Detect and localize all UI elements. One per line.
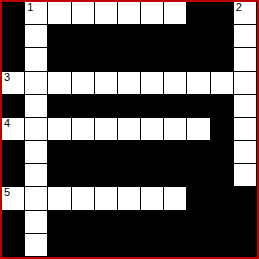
letter-cell[interactable] [95,118,118,141]
crossword-grid: 12345 [2,2,257,257]
block-cell [234,211,257,234]
block-cell [187,48,210,71]
letter-cell[interactable] [72,118,95,141]
letter-cell[interactable] [234,95,257,118]
block-cell [141,25,164,48]
block-cell [141,164,164,187]
clue-number: 2 [236,2,242,13]
block-cell [118,48,141,71]
block-cell [141,234,164,257]
block-cell [211,234,234,257]
block-cell [234,187,257,210]
block-cell [2,95,25,118]
letter-cell[interactable] [48,2,71,25]
block-cell [211,187,234,210]
block-cell [2,48,25,71]
letter-cell[interactable] [141,2,164,25]
letter-cell[interactable]: 5 [2,187,25,210]
clue-number: 4 [4,118,10,129]
block-cell [72,95,95,118]
letter-cell[interactable] [234,141,257,164]
block-cell [95,25,118,48]
letter-cell[interactable]: 2 [234,2,257,25]
block-cell [118,25,141,48]
block-cell [48,211,71,234]
block-cell [2,211,25,234]
block-cell [164,25,187,48]
block-cell [48,141,71,164]
block-cell [95,95,118,118]
letter-cell[interactable] [25,164,48,187]
block-cell [164,95,187,118]
letter-cell[interactable] [141,72,164,95]
block-cell [234,234,257,257]
block-cell [95,211,118,234]
letter-cell[interactable]: 1 [25,2,48,25]
block-cell [187,187,210,210]
letter-cell[interactable] [95,2,118,25]
block-cell [48,234,71,257]
letter-cell[interactable] [118,118,141,141]
block-cell [141,141,164,164]
letter-cell[interactable] [48,118,71,141]
block-cell [72,234,95,257]
block-cell [72,48,95,71]
block-cell [187,234,210,257]
block-cell [187,141,210,164]
block-cell [2,234,25,257]
block-cell [48,164,71,187]
letter-cell[interactable] [25,211,48,234]
block-cell [211,48,234,71]
block-cell [118,141,141,164]
block-cell [48,48,71,71]
block-cell [187,95,210,118]
block-cell [164,48,187,71]
puzzle-frame: 12345 [0,0,259,259]
block-cell [2,164,25,187]
block-cell [2,141,25,164]
letter-cell[interactable] [164,72,187,95]
block-cell [95,141,118,164]
block-cell [95,234,118,257]
letter-cell[interactable] [48,72,71,95]
letter-cell[interactable] [72,187,95,210]
letter-cell[interactable] [118,72,141,95]
block-cell [164,211,187,234]
letter-cell[interactable] [141,187,164,210]
block-cell [95,164,118,187]
letter-cell[interactable] [187,72,210,95]
letter-cell[interactable] [48,187,71,210]
block-cell [211,118,234,141]
letter-cell[interactable] [141,118,164,141]
letter-cell[interactable] [211,72,234,95]
block-cell [95,48,118,71]
letter-cell[interactable] [234,164,257,187]
letter-cell[interactable]: 4 [2,118,25,141]
letter-cell[interactable] [164,187,187,210]
letter-cell[interactable] [95,187,118,210]
letter-cell[interactable] [72,72,95,95]
block-cell [164,164,187,187]
block-cell [118,211,141,234]
letter-cell[interactable] [234,48,257,71]
block-cell [48,25,71,48]
block-cell [141,48,164,71]
letter-cell[interactable] [25,48,48,71]
block-cell [141,95,164,118]
block-cell [72,141,95,164]
letter-cell[interactable] [72,2,95,25]
block-cell [164,141,187,164]
block-cell [211,95,234,118]
block-cell [211,2,234,25]
letter-cell[interactable] [25,72,48,95]
block-cell [72,211,95,234]
block-cell [72,25,95,48]
block-cell [118,164,141,187]
letter-cell[interactable] [187,118,210,141]
letter-cell[interactable] [234,72,257,95]
block-cell [187,2,210,25]
letter-cell[interactable] [118,187,141,210]
block-cell [164,234,187,257]
clue-number: 1 [27,2,33,13]
block-cell [141,211,164,234]
letter-cell[interactable] [234,25,257,48]
letter-cell[interactable] [25,141,48,164]
letter-cell[interactable] [164,118,187,141]
block-cell [2,25,25,48]
block-cell [211,25,234,48]
block-cell [187,211,210,234]
clue-number: 3 [4,72,10,83]
letter-cell[interactable] [95,72,118,95]
letter-cell[interactable] [118,2,141,25]
block-cell [48,95,71,118]
block-cell [2,2,25,25]
block-cell [118,95,141,118]
letter-cell[interactable] [164,2,187,25]
block-cell [72,164,95,187]
letter-cell[interactable] [25,95,48,118]
block-cell [187,25,210,48]
clue-number: 5 [4,187,10,198]
letter-cell[interactable] [234,118,257,141]
letter-cell[interactable] [25,187,48,210]
letter-cell[interactable]: 3 [2,72,25,95]
block-cell [118,234,141,257]
block-cell [187,164,210,187]
block-cell [211,164,234,187]
letter-cell[interactable] [25,234,48,257]
letter-cell[interactable] [25,25,48,48]
block-cell [211,141,234,164]
letter-cell[interactable] [25,118,48,141]
block-cell [211,211,234,234]
